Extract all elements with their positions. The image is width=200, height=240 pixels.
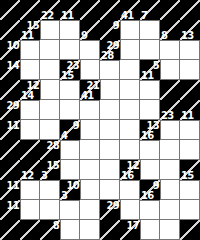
block-cell <box>180 80 200 100</box>
down-clue: 23 <box>161 111 174 120</box>
entry-cell[interactable] <box>160 220 180 240</box>
entry-cell[interactable] <box>80 200 100 220</box>
clue-cell: 10 <box>0 40 20 60</box>
entry-cell[interactable] <box>40 40 60 60</box>
clue-cell: 11 <box>0 120 20 140</box>
clue-cell: 1214 <box>20 80 40 100</box>
entry-cell[interactable] <box>120 80 140 100</box>
entry-cell[interactable] <box>40 100 60 120</box>
entry-cell[interactable] <box>40 200 60 220</box>
entry-cell[interactable] <box>40 80 60 100</box>
down-clue: 15 <box>61 71 74 80</box>
entry-cell[interactable] <box>160 40 180 60</box>
entry-cell[interactable] <box>140 80 160 100</box>
clue-cell: 1511 <box>20 20 40 40</box>
down-clue: 4 <box>61 131 67 140</box>
clue-cell: 22 <box>40 0 60 20</box>
entry-cell[interactable] <box>180 120 200 140</box>
down-clue: 16 <box>141 131 154 140</box>
clue-cell: 29 <box>100 200 120 220</box>
entry-cell[interactable] <box>80 100 100 120</box>
clue-cell: 916 <box>140 180 160 200</box>
down-clue: 22 <box>41 11 54 20</box>
clue-cell: 13 <box>180 20 200 40</box>
clue-cell: 23 <box>160 100 180 120</box>
entry-cell[interactable] <box>60 40 80 60</box>
entry-cell[interactable] <box>60 80 80 100</box>
entry-cell[interactable] <box>100 80 120 100</box>
entry-cell[interactable] <box>20 100 40 120</box>
entry-cell[interactable] <box>60 220 80 240</box>
across-clue: 17 <box>126 221 139 230</box>
entry-cell[interactable] <box>20 200 40 220</box>
kakuro-puzzle: 2211417151199813102928142315511121421412… <box>0 0 200 240</box>
block-cell <box>160 0 180 20</box>
clue-cell: 28 <box>40 140 60 160</box>
block-cell <box>20 0 40 20</box>
down-clue: 7 <box>141 11 147 20</box>
entry-cell[interactable] <box>60 100 80 120</box>
clue-cell: 11 <box>60 0 80 20</box>
down-clue: 11 <box>21 31 34 40</box>
entry-cell[interactable] <box>120 100 140 120</box>
entry-cell[interactable] <box>100 160 120 180</box>
down-clue: 3 <box>41 171 47 180</box>
entry-cell[interactable] <box>180 140 200 160</box>
down-clue: 11 <box>181 111 194 120</box>
clue-cell: 11 <box>0 200 20 220</box>
entry-cell[interactable] <box>60 20 80 40</box>
across-clue: 12 <box>126 161 139 170</box>
entry-cell[interactable] <box>120 120 140 140</box>
entry-cell[interactable] <box>60 140 80 160</box>
down-clue: 16 <box>141 191 154 200</box>
entry-cell[interactable] <box>20 180 40 200</box>
kakuro-board: 2211417151199813102928142315511121421412… <box>0 0 200 240</box>
entry-cell[interactable] <box>180 200 200 220</box>
block-cell <box>0 0 20 20</box>
block-cell <box>0 80 20 100</box>
entry-cell[interactable] <box>40 20 60 40</box>
clue-cell: 2928 <box>100 40 120 60</box>
entry-cell[interactable] <box>140 100 160 120</box>
across-clue: 12 <box>26 81 39 90</box>
clue-cell: 9 <box>80 20 100 40</box>
clue-cell: 1316 <box>140 120 160 140</box>
across-clue: 29 <box>106 41 119 50</box>
across-clue: 11 <box>6 181 19 190</box>
across-clue: 10 <box>6 41 19 50</box>
down-clue: 41 <box>81 91 94 100</box>
clue-cell: 11 <box>180 100 200 120</box>
down-clue: 11 <box>141 71 154 80</box>
across-clue: 9 <box>153 181 159 190</box>
across-clue: 23 <box>66 61 79 70</box>
clue-cell: 12 <box>20 160 40 180</box>
entry-cell[interactable] <box>120 200 140 220</box>
clue-cell: 94 <box>60 120 80 140</box>
block-cell <box>0 20 20 40</box>
entry-cell[interactable] <box>140 200 160 220</box>
across-clue: 9 <box>113 21 119 30</box>
across-clue: 10 <box>66 181 79 190</box>
entry-cell[interactable] <box>60 200 80 220</box>
down-clue: 11 <box>61 11 74 20</box>
across-clue: 9 <box>73 121 79 130</box>
clue-cell: 29 <box>0 100 20 120</box>
down-clue: 16 <box>121 171 134 180</box>
entry-cell[interactable] <box>80 40 100 60</box>
entry-cell[interactable] <box>140 20 160 40</box>
entry-cell[interactable] <box>100 140 120 160</box>
entry-cell[interactable] <box>180 60 200 80</box>
down-clue: 15 <box>181 171 194 180</box>
entry-cell[interactable] <box>140 40 160 60</box>
across-clue: 11 <box>6 121 19 130</box>
block-cell <box>0 160 20 180</box>
clue-cell: 8 <box>40 220 60 240</box>
down-clue: 13 <box>181 31 194 40</box>
clue-cell: 103 <box>60 180 80 200</box>
block-cell <box>160 80 180 100</box>
across-clue: 8 <box>53 221 59 230</box>
entry-cell[interactable] <box>140 220 160 240</box>
entry-cell[interactable] <box>160 200 180 220</box>
block-cell <box>100 0 120 20</box>
entry-cell[interactable] <box>80 160 100 180</box>
down-clue: 12 <box>21 171 34 180</box>
clue-cell: 511 <box>140 60 160 80</box>
entry-cell[interactable] <box>120 140 140 160</box>
entry-cell[interactable] <box>140 140 160 160</box>
across-clue: 29 <box>106 201 119 210</box>
entry-cell[interactable] <box>140 160 160 180</box>
entry-cell[interactable] <box>80 220 100 240</box>
entry-cell[interactable] <box>120 40 140 60</box>
entry-cell[interactable] <box>160 160 180 180</box>
across-clue: 13 <box>146 121 159 130</box>
clue-cell: 14 <box>0 60 20 80</box>
down-clue: 28 <box>101 51 114 60</box>
entry-cell[interactable] <box>160 140 180 160</box>
across-clue: 28 <box>46 141 59 150</box>
across-clue: 15 <box>46 161 59 170</box>
down-clue: 14 <box>21 91 34 100</box>
across-clue: 29 <box>6 101 19 110</box>
clue-cell: 153 <box>40 160 60 180</box>
clue-cell: 8 <box>160 20 180 40</box>
across-clue: 5 <box>153 61 159 70</box>
entry-cell[interactable] <box>20 40 40 60</box>
entry-cell[interactable] <box>80 120 100 140</box>
clue-cell: 2141 <box>80 80 100 100</box>
block-cell <box>20 140 40 160</box>
entry-cell[interactable] <box>40 120 60 140</box>
down-clue: 3 <box>61 191 67 200</box>
entry-cell[interactable] <box>100 100 120 120</box>
entry-cell[interactable] <box>80 180 100 200</box>
down-clue: 8 <box>161 31 167 40</box>
entry-cell[interactable] <box>120 180 140 200</box>
down-clue: 9 <box>81 31 87 40</box>
entry-cell[interactable] <box>80 140 100 160</box>
block-cell <box>100 220 120 240</box>
across-clue: 21 <box>86 81 99 90</box>
entry-cell[interactable] <box>20 120 40 140</box>
clue-cell: 17 <box>120 220 140 240</box>
clue-cell: 1216 <box>120 160 140 180</box>
entry-cell[interactable] <box>160 60 180 80</box>
entry-cell[interactable] <box>100 60 120 80</box>
across-clue: 14 <box>6 61 19 70</box>
block-cell <box>180 220 200 240</box>
clue-cell: 9 <box>100 20 120 40</box>
clue-cell: 7 <box>140 0 160 20</box>
block-cell <box>180 0 200 20</box>
clue-cell: 15 <box>180 160 200 180</box>
entry-cell[interactable] <box>180 40 200 60</box>
clue-cell: 2315 <box>60 60 80 80</box>
clue-cell: 41 <box>120 0 140 20</box>
entry-cell[interactable] <box>100 120 120 140</box>
block-cell <box>20 220 40 240</box>
entry-cell[interactable] <box>20 60 40 80</box>
entry-cell[interactable] <box>80 60 100 80</box>
entry-cell[interactable] <box>40 60 60 80</box>
entry-cell[interactable] <box>40 180 60 200</box>
entry-cell[interactable] <box>180 180 200 200</box>
entry-cell[interactable] <box>160 120 180 140</box>
entry-cell[interactable] <box>160 180 180 200</box>
across-clue: 11 <box>6 201 19 210</box>
entry-cell[interactable] <box>120 60 140 80</box>
down-clue: 41 <box>121 11 134 20</box>
entry-cell[interactable] <box>60 160 80 180</box>
block-cell <box>80 0 100 20</box>
entry-cell[interactable] <box>100 180 120 200</box>
across-clue: 15 <box>26 21 39 30</box>
clue-cell: 11 <box>0 180 20 200</box>
entry-cell[interactable] <box>120 20 140 40</box>
block-cell <box>0 220 20 240</box>
block-cell <box>0 140 20 160</box>
